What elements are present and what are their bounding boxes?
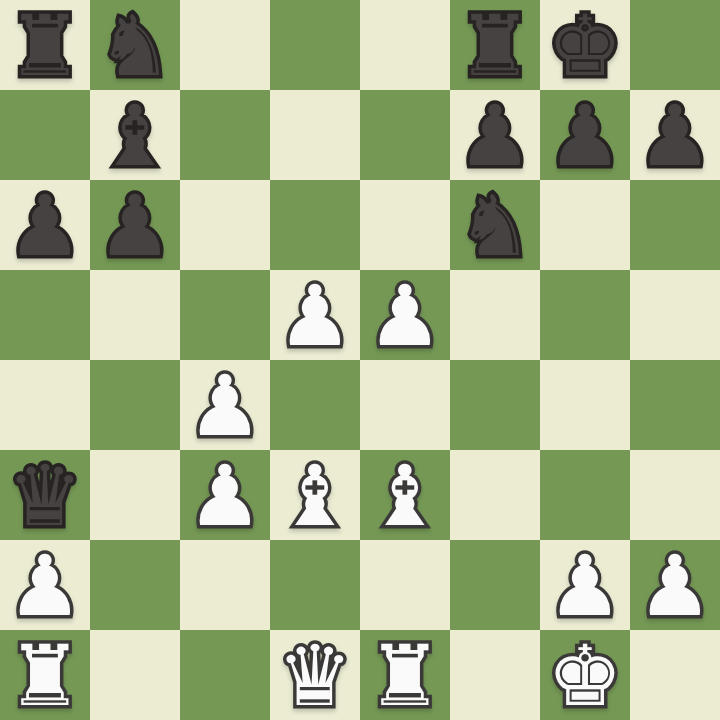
- white-pawn[interactable]: ♟♟: [180, 360, 270, 450]
- square-e7[interactable]: [360, 90, 450, 180]
- square-g3[interactable]: [540, 450, 630, 540]
- square-h7[interactable]: ♟♟: [630, 90, 720, 180]
- square-e8[interactable]: [360, 0, 450, 90]
- white-rook[interactable]: ♜♜: [360, 630, 450, 720]
- white-bishop[interactable]: ♝♝: [270, 450, 360, 540]
- square-b6[interactable]: ♟♟: [90, 180, 180, 270]
- square-g5[interactable]: [540, 270, 630, 360]
- square-e2[interactable]: [360, 540, 450, 630]
- square-h8[interactable]: [630, 0, 720, 90]
- black-pawn[interactable]: ♟♟: [0, 180, 90, 270]
- black-knight[interactable]: ♞♞: [450, 180, 540, 270]
- square-b4[interactable]: [90, 360, 180, 450]
- black-bishop[interactable]: ♝♝: [90, 90, 180, 180]
- square-e1[interactable]: ♜♜: [360, 630, 450, 720]
- square-b7[interactable]: ♝♝: [90, 90, 180, 180]
- square-f8[interactable]: ♜♜: [450, 0, 540, 90]
- white-king[interactable]: ♚♚: [540, 630, 630, 720]
- black-knight-glyph: ♞: [97, 4, 172, 88]
- white-pawn-glyph: ♟: [277, 274, 352, 358]
- square-b1[interactable]: [90, 630, 180, 720]
- square-h3[interactable]: [630, 450, 720, 540]
- square-a4[interactable]: [0, 360, 90, 450]
- square-a1[interactable]: ♜♜: [0, 630, 90, 720]
- white-pawn[interactable]: ♟♟: [180, 450, 270, 540]
- square-h4[interactable]: [630, 360, 720, 450]
- square-f2[interactable]: [450, 540, 540, 630]
- black-rook[interactable]: ♜♜: [450, 0, 540, 90]
- white-pawn-glyph: ♟: [7, 544, 82, 628]
- square-f1[interactable]: [450, 630, 540, 720]
- square-e3[interactable]: ♝♝: [360, 450, 450, 540]
- white-pawn[interactable]: ♟♟: [540, 540, 630, 630]
- black-king[interactable]: ♚♚: [540, 0, 630, 90]
- black-pawn-glyph: ♟: [7, 184, 82, 268]
- square-b3[interactable]: [90, 450, 180, 540]
- square-c1[interactable]: [180, 630, 270, 720]
- square-b2[interactable]: [90, 540, 180, 630]
- black-knight-glyph: ♞: [457, 184, 532, 268]
- black-pawn[interactable]: ♟♟: [450, 90, 540, 180]
- square-f7[interactable]: ♟♟: [450, 90, 540, 180]
- square-d6[interactable]: [270, 180, 360, 270]
- white-pawn-glyph: ♟: [637, 544, 712, 628]
- white-bishop-glyph: ♝: [277, 454, 352, 538]
- square-c3[interactable]: ♟♟: [180, 450, 270, 540]
- square-d3[interactable]: ♝♝: [270, 450, 360, 540]
- square-g6[interactable]: [540, 180, 630, 270]
- black-rook-glyph: ♜: [7, 4, 82, 88]
- square-h6[interactable]: [630, 180, 720, 270]
- square-g2[interactable]: ♟♟: [540, 540, 630, 630]
- white-king-glyph: ♚: [547, 634, 622, 718]
- square-d2[interactable]: [270, 540, 360, 630]
- white-pawn-glyph: ♟: [547, 544, 622, 628]
- chess-board: ♜♜♞♞♜♜♚♚♝♝♟♟♟♟♟♟♟♟♟♟♞♞♟♟♟♟♟♟♛♛♟♟♝♝♝♝♟♟♟♟…: [0, 0, 720, 720]
- square-e6[interactable]: [360, 180, 450, 270]
- square-a6[interactable]: ♟♟: [0, 180, 90, 270]
- square-g4[interactable]: [540, 360, 630, 450]
- square-g8[interactable]: ♚♚: [540, 0, 630, 90]
- square-c2[interactable]: [180, 540, 270, 630]
- square-d1[interactable]: ♛♛: [270, 630, 360, 720]
- square-d8[interactable]: [270, 0, 360, 90]
- square-h5[interactable]: [630, 270, 720, 360]
- black-pawn-glyph: ♟: [547, 94, 622, 178]
- black-pawn[interactable]: ♟♟: [540, 90, 630, 180]
- square-c5[interactable]: [180, 270, 270, 360]
- square-f4[interactable]: [450, 360, 540, 450]
- square-g7[interactable]: ♟♟: [540, 90, 630, 180]
- black-king-glyph: ♚: [547, 4, 622, 88]
- square-d4[interactable]: [270, 360, 360, 450]
- white-pawn-glyph: ♟: [187, 454, 262, 538]
- square-c4[interactable]: ♟♟: [180, 360, 270, 450]
- black-rook[interactable]: ♜♜: [0, 0, 90, 90]
- white-rook-glyph: ♜: [7, 634, 82, 718]
- square-b8[interactable]: ♞♞: [90, 0, 180, 90]
- black-pawn-glyph: ♟: [97, 184, 172, 268]
- white-pawn-glyph: ♟: [367, 274, 442, 358]
- black-knight[interactable]: ♞♞: [90, 0, 180, 90]
- white-pawn[interactable]: ♟♟: [270, 270, 360, 360]
- black-queen[interactable]: ♛♛: [0, 450, 90, 540]
- square-e5[interactable]: ♟♟: [360, 270, 450, 360]
- square-c8[interactable]: [180, 0, 270, 90]
- black-pawn-glyph: ♟: [637, 94, 712, 178]
- square-h1[interactable]: [630, 630, 720, 720]
- white-queen[interactable]: ♛♛: [270, 630, 360, 720]
- white-pawn[interactable]: ♟♟: [360, 270, 450, 360]
- square-d7[interactable]: [270, 90, 360, 180]
- square-f3[interactable]: [450, 450, 540, 540]
- white-rook[interactable]: ♜♜: [0, 630, 90, 720]
- white-pawn[interactable]: ♟♟: [0, 540, 90, 630]
- white-queen-glyph: ♛: [277, 634, 352, 718]
- square-a8[interactable]: ♜♜: [0, 0, 90, 90]
- black-pawn-glyph: ♟: [457, 94, 532, 178]
- square-h2[interactable]: ♟♟: [630, 540, 720, 630]
- black-rook-glyph: ♜: [457, 4, 532, 88]
- square-d5[interactable]: ♟♟: [270, 270, 360, 360]
- white-bishop-glyph: ♝: [367, 454, 442, 538]
- white-bishop[interactable]: ♝♝: [360, 450, 450, 540]
- square-f5[interactable]: [450, 270, 540, 360]
- white-rook-glyph: ♜: [367, 634, 442, 718]
- square-f6[interactable]: ♞♞: [450, 180, 540, 270]
- white-pawn-glyph: ♟: [187, 364, 262, 448]
- square-a3[interactable]: ♛♛: [0, 450, 90, 540]
- black-pawn[interactable]: ♟♟: [630, 90, 720, 180]
- black-queen-glyph: ♛: [7, 454, 82, 538]
- square-a2[interactable]: ♟♟: [0, 540, 90, 630]
- square-a5[interactable]: [0, 270, 90, 360]
- square-b5[interactable]: [90, 270, 180, 360]
- white-pawn[interactable]: ♟♟: [630, 540, 720, 630]
- square-a7[interactable]: [0, 90, 90, 180]
- square-c7[interactable]: [180, 90, 270, 180]
- square-g1[interactable]: ♚♚: [540, 630, 630, 720]
- square-c6[interactable]: [180, 180, 270, 270]
- square-e4[interactable]: [360, 360, 450, 450]
- black-bishop-glyph: ♝: [97, 94, 172, 178]
- black-pawn[interactable]: ♟♟: [90, 180, 180, 270]
